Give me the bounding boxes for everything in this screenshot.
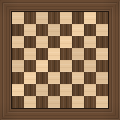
board-frame-top [0, 0, 120, 11]
square-c3[interactable] [36, 72, 48, 84]
square-c4[interactable] [36, 60, 48, 72]
square-b6[interactable] [24, 36, 36, 48]
square-f4[interactable] [72, 60, 84, 72]
square-c2[interactable] [36, 84, 48, 96]
square-d6[interactable] [48, 36, 60, 48]
square-f8[interactable] [72, 12, 84, 24]
square-g3[interactable] [84, 72, 96, 84]
square-g6[interactable] [84, 36, 96, 48]
square-f3[interactable] [72, 72, 84, 84]
square-d7[interactable] [48, 24, 60, 36]
square-b7[interactable] [24, 24, 36, 36]
square-e6[interactable] [60, 36, 72, 48]
board-frame-left [0, 0, 11, 120]
square-h6[interactable] [96, 36, 108, 48]
square-f1[interactable] [72, 96, 84, 108]
square-a5[interactable] [12, 48, 24, 60]
square-f6[interactable] [72, 36, 84, 48]
square-f7[interactable] [72, 24, 84, 36]
square-h7[interactable] [96, 24, 108, 36]
square-c1[interactable] [36, 96, 48, 108]
square-f5[interactable] [72, 48, 84, 60]
square-e2[interactable] [60, 84, 72, 96]
square-c5[interactable] [36, 48, 48, 60]
square-b4[interactable] [24, 60, 36, 72]
square-b8[interactable] [24, 12, 36, 24]
square-e5[interactable] [60, 48, 72, 60]
square-e3[interactable] [60, 72, 72, 84]
square-a2[interactable] [12, 84, 24, 96]
square-g4[interactable] [84, 60, 96, 72]
square-h4[interactable] [96, 60, 108, 72]
square-a1[interactable] [12, 96, 24, 108]
square-b5[interactable] [24, 48, 36, 60]
square-e4[interactable] [60, 60, 72, 72]
square-a8[interactable] [12, 12, 24, 24]
chess-board [0, 0, 120, 120]
square-c7[interactable] [36, 24, 48, 36]
board-frame-right [109, 0, 120, 120]
square-h1[interactable] [96, 96, 108, 108]
square-g2[interactable] [84, 84, 96, 96]
board [11, 11, 109, 109]
square-e7[interactable] [60, 24, 72, 36]
square-h2[interactable] [96, 84, 108, 96]
square-c8[interactable] [36, 12, 48, 24]
square-d5[interactable] [48, 48, 60, 60]
square-h5[interactable] [96, 48, 108, 60]
board-frame-bottom [0, 109, 120, 120]
square-b2[interactable] [24, 84, 36, 96]
square-b3[interactable] [24, 72, 36, 84]
square-a7[interactable] [12, 24, 24, 36]
square-h8[interactable] [96, 12, 108, 24]
square-b1[interactable] [24, 96, 36, 108]
square-a3[interactable] [12, 72, 24, 84]
square-d1[interactable] [48, 96, 60, 108]
square-g8[interactable] [84, 12, 96, 24]
square-f2[interactable] [72, 84, 84, 96]
square-d3[interactable] [48, 72, 60, 84]
square-c6[interactable] [36, 36, 48, 48]
square-d4[interactable] [48, 60, 60, 72]
square-e8[interactable] [60, 12, 72, 24]
square-g7[interactable] [84, 24, 96, 36]
square-d8[interactable] [48, 12, 60, 24]
square-d2[interactable] [48, 84, 60, 96]
square-a6[interactable] [12, 36, 24, 48]
square-e1[interactable] [60, 96, 72, 108]
square-g5[interactable] [84, 48, 96, 60]
square-g1[interactable] [84, 96, 96, 108]
square-h3[interactable] [96, 72, 108, 84]
square-a4[interactable] [12, 60, 24, 72]
